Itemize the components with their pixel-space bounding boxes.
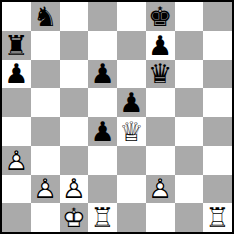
square-c7[interactable]	[60, 31, 89, 60]
square-h3[interactable]	[203, 146, 232, 175]
white-pawn: ♟♙	[146, 175, 175, 204]
square-a7[interactable]: ♜	[2, 31, 31, 60]
square-a5[interactable]	[2, 88, 31, 117]
square-b8[interactable]: ♞	[31, 2, 60, 31]
square-e1[interactable]	[117, 203, 146, 232]
square-c5[interactable]	[60, 88, 89, 117]
black-knight: ♞	[31, 2, 60, 31]
square-e3[interactable]	[117, 146, 146, 175]
white-king: ♚♔	[60, 203, 89, 232]
square-d8[interactable]	[88, 2, 117, 31]
square-b2[interactable]: ♟♙	[31, 175, 60, 204]
square-d3[interactable]	[88, 146, 117, 175]
square-f4[interactable]	[146, 117, 175, 146]
square-e4[interactable]: ♛♕	[117, 117, 146, 146]
square-d7[interactable]	[88, 31, 117, 60]
square-f3[interactable]	[146, 146, 175, 175]
square-c3[interactable]	[60, 146, 89, 175]
square-d6[interactable]: ♟	[88, 60, 117, 89]
square-g5[interactable]	[175, 88, 204, 117]
square-h1[interactable]: ♜♖	[203, 203, 232, 232]
square-g8[interactable]	[175, 2, 204, 31]
square-a2[interactable]	[2, 175, 31, 204]
square-a4[interactable]	[2, 117, 31, 146]
black-pawn: ♟	[2, 60, 31, 89]
white-queen: ♛♕	[117, 117, 146, 146]
square-d4[interactable]: ♟	[88, 117, 117, 146]
square-g4[interactable]	[175, 117, 204, 146]
square-h4[interactable]	[203, 117, 232, 146]
square-c2[interactable]: ♟♙	[60, 175, 89, 204]
white-pawn: ♟♙	[60, 175, 89, 204]
square-e5[interactable]: ♟	[117, 88, 146, 117]
square-e8[interactable]	[117, 2, 146, 31]
square-b7[interactable]	[31, 31, 60, 60]
square-a1[interactable]	[2, 203, 31, 232]
square-f2[interactable]: ♟♙	[146, 175, 175, 204]
square-c1[interactable]: ♚♔	[60, 203, 89, 232]
white-rook: ♜♖	[203, 203, 232, 232]
square-c8[interactable]	[60, 2, 89, 31]
black-queen: ♛	[146, 60, 175, 89]
white-rook: ♜♖	[88, 203, 117, 232]
square-f8[interactable]: ♚	[146, 2, 175, 31]
black-pawn: ♟	[146, 31, 175, 60]
black-pawn: ♟	[88, 117, 117, 146]
square-e7[interactable]	[117, 31, 146, 60]
square-b5[interactable]	[31, 88, 60, 117]
black-king: ♚	[146, 2, 175, 31]
square-a8[interactable]	[2, 2, 31, 31]
square-c4[interactable]	[60, 117, 89, 146]
square-h2[interactable]	[203, 175, 232, 204]
white-pawn: ♟♙	[31, 175, 60, 204]
square-h5[interactable]	[203, 88, 232, 117]
square-a6[interactable]: ♟	[2, 60, 31, 89]
square-f5[interactable]	[146, 88, 175, 117]
square-g1[interactable]	[175, 203, 204, 232]
black-pawn: ♟	[88, 60, 117, 89]
square-b1[interactable]	[31, 203, 60, 232]
square-a3[interactable]: ♟♙	[2, 146, 31, 175]
square-h8[interactable]	[203, 2, 232, 31]
square-g6[interactable]	[175, 60, 204, 89]
black-pawn: ♟	[117, 88, 146, 117]
square-d2[interactable]	[88, 175, 117, 204]
square-d5[interactable]	[88, 88, 117, 117]
square-e6[interactable]	[117, 60, 146, 89]
white-pawn: ♟♙	[2, 146, 31, 175]
square-e2[interactable]	[117, 175, 146, 204]
square-g2[interactable]	[175, 175, 204, 204]
square-f7[interactable]: ♟	[146, 31, 175, 60]
square-h6[interactable]	[203, 60, 232, 89]
square-h7[interactable]	[203, 31, 232, 60]
black-rook: ♜	[2, 31, 31, 60]
square-g7[interactable]	[175, 31, 204, 60]
square-f1[interactable]	[146, 203, 175, 232]
square-c6[interactable]	[60, 60, 89, 89]
square-b4[interactable]	[31, 117, 60, 146]
square-f6[interactable]: ♛	[146, 60, 175, 89]
chess-board: ♞♚♜♟♟♟♛♟♟♛♕♟♙♟♙♟♙♟♙♚♔♜♖♜♖	[0, 0, 234, 234]
square-b3[interactable]	[31, 146, 60, 175]
square-b6[interactable]	[31, 60, 60, 89]
square-g3[interactable]	[175, 146, 204, 175]
square-d1[interactable]: ♜♖	[88, 203, 117, 232]
